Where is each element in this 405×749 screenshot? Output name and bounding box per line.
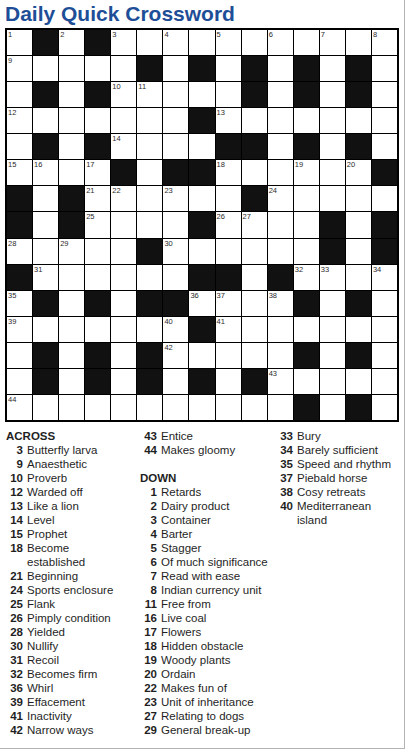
grid-cell[interactable]: 16 xyxy=(33,160,58,185)
grid-cell[interactable] xyxy=(294,108,319,133)
grid-cell-black xyxy=(242,134,267,159)
grid-cell[interactable] xyxy=(242,317,267,342)
grid-cell[interactable] xyxy=(320,160,345,185)
clue-down-19: 19Woody plants xyxy=(140,653,276,667)
grid-cell[interactable] xyxy=(111,291,136,316)
grid-cell-black xyxy=(59,212,84,237)
clue-text: Inactivity xyxy=(27,709,72,723)
grid-cell[interactable] xyxy=(163,56,188,81)
page-title: Daily Quick Crossword xyxy=(0,0,404,28)
grid-cell[interactable]: 38 xyxy=(268,291,293,316)
clue-down-8: 8Indian currency unit xyxy=(140,583,276,597)
grid-cell[interactable] xyxy=(111,108,136,133)
grid-cell[interactable] xyxy=(320,108,345,133)
grid-cell[interactable]: 33 xyxy=(320,265,345,290)
grid-cell-black xyxy=(294,134,319,159)
grid-cell[interactable] xyxy=(137,160,162,185)
grid-cell-black xyxy=(85,343,110,368)
clue-across-12: 12Warded off xyxy=(6,485,140,499)
grid-cell-black xyxy=(242,186,267,211)
grid-cell[interactable] xyxy=(320,186,345,211)
grid-cell[interactable] xyxy=(59,317,84,342)
grid-cell[interactable] xyxy=(372,343,397,368)
grid-cell[interactable] xyxy=(216,369,241,394)
grid-cell[interactable] xyxy=(85,56,110,81)
grid-cell[interactable] xyxy=(137,317,162,342)
grid-cell[interactable]: 24 xyxy=(268,186,293,211)
grid-cell-black xyxy=(189,369,214,394)
cell-number: 36 xyxy=(190,291,198,300)
grid-cell[interactable] xyxy=(59,82,84,107)
grid-cell-black xyxy=(189,212,214,237)
grid-cell[interactable] xyxy=(137,395,162,420)
grid-cell-black xyxy=(85,82,110,107)
cell-number: 3 xyxy=(112,30,116,39)
grid-cell[interactable] xyxy=(137,30,162,55)
clue-across-44: 44Makes gloomy xyxy=(140,443,276,457)
grid-cell[interactable] xyxy=(163,108,188,133)
grid-cell[interactable] xyxy=(242,291,267,316)
grid-cell[interactable] xyxy=(294,186,319,211)
grid-cell-black xyxy=(163,160,188,185)
clue-down-29: 29General break-up xyxy=(140,723,276,737)
grid-cell[interactable] xyxy=(7,343,32,368)
grid-cell-black xyxy=(59,186,84,211)
grid-cell[interactable] xyxy=(163,82,188,107)
grid-cell[interactable] xyxy=(268,108,293,133)
grid-cell[interactable] xyxy=(189,239,214,264)
clue-text: Becomes firm xyxy=(27,667,97,681)
clue-text: Indian currency unit xyxy=(161,583,261,597)
grid-cell-black xyxy=(294,56,319,81)
grid-cell[interactable] xyxy=(268,134,293,159)
grid-cell[interactable]: 37 xyxy=(216,291,241,316)
grid-cell[interactable]: 2 xyxy=(59,30,84,55)
grid-cell[interactable] xyxy=(111,343,136,368)
across-header: ACROSS xyxy=(6,429,140,443)
grid-cell[interactable] xyxy=(111,56,136,81)
clue-down-7: 7Read with ease xyxy=(140,569,276,583)
grid-cell-black xyxy=(242,82,267,107)
cell-number: 27 xyxy=(243,212,251,221)
clue-text: Yielded xyxy=(27,625,65,639)
grid-cell[interactable]: 10 xyxy=(111,82,136,107)
clue-number: 25 xyxy=(6,597,23,611)
clue-across-13: 13Like a lion xyxy=(6,499,140,513)
cell-number: 33 xyxy=(321,265,329,274)
grid-cell[interactable]: 25 xyxy=(85,212,110,237)
grid-cell-black xyxy=(33,369,58,394)
clue-number: 31 xyxy=(6,653,23,667)
clue-text: Retards xyxy=(161,485,201,499)
grid-cell[interactable]: 6 xyxy=(268,30,293,55)
grid-cell[interactable] xyxy=(242,265,267,290)
grid-cell[interactable] xyxy=(189,82,214,107)
grid-cell[interactable]: 15 xyxy=(7,160,32,185)
clue-text: Cosy retreats xyxy=(297,485,365,499)
grid-cell[interactable]: 36 xyxy=(189,291,214,316)
grid-cell-black xyxy=(7,265,32,290)
clue-text: Nullify xyxy=(27,639,58,653)
grid-cell[interactable] xyxy=(59,108,84,133)
grid-cell[interactable] xyxy=(216,186,241,211)
grid-cell-black xyxy=(33,291,58,316)
grid-cell-black xyxy=(216,134,241,159)
clue-number: 38 xyxy=(276,485,293,499)
grid-cell[interactable]: 32 xyxy=(294,265,319,290)
clue-text: Whirl xyxy=(27,681,53,695)
grid-cell[interactable] xyxy=(137,186,162,211)
grid-cell[interactable] xyxy=(59,369,84,394)
grid-cell[interactable] xyxy=(137,108,162,133)
grid-cell[interactable]: 42 xyxy=(163,343,188,368)
grid-cell[interactable] xyxy=(33,56,58,81)
grid-cell[interactable]: 5 xyxy=(216,30,241,55)
grid-cell[interactable]: 39 xyxy=(7,317,32,342)
cell-number: 23 xyxy=(164,186,172,195)
grid-cell[interactable] xyxy=(268,395,293,420)
grid-cell[interactable] xyxy=(137,212,162,237)
cell-number: 30 xyxy=(164,239,172,248)
grid-cell[interactable]: 27 xyxy=(242,212,267,237)
grid-cell[interactable]: 22 xyxy=(111,186,136,211)
grid-cell[interactable] xyxy=(294,239,319,264)
grid-cell[interactable] xyxy=(163,265,188,290)
clue-across-3: 3Butterfly larva xyxy=(6,443,140,457)
clue-down-4: 4Barter xyxy=(140,527,276,541)
clue-across-26: 26Pimply condition xyxy=(6,611,140,625)
clue-down-40: 40Mediterranean island xyxy=(276,499,405,527)
grid-cell[interactable] xyxy=(320,82,345,107)
grid-cell[interactable] xyxy=(216,395,241,420)
clue-text: Warded off xyxy=(27,485,83,499)
grid-cell[interactable]: 21 xyxy=(85,186,110,211)
grid-cell[interactable]: 20 xyxy=(346,160,371,185)
down-header: DOWN xyxy=(140,471,276,485)
grid-cell[interactable] xyxy=(346,108,371,133)
clue-text: Effacement xyxy=(27,695,85,709)
grid-cell[interactable] xyxy=(59,134,84,159)
grid-cell[interactable] xyxy=(242,160,267,185)
clue-down-6: 6Of much significance xyxy=(140,555,276,569)
clue-number: 41 xyxy=(6,709,23,723)
grid-cell[interactable] xyxy=(111,212,136,237)
clue-text: Recoil xyxy=(27,653,59,667)
grid-cell[interactable]: 12 xyxy=(7,108,32,133)
clue-text: Barter xyxy=(161,527,192,541)
grid-cell[interactable] xyxy=(59,343,84,368)
clue-down-22: 22Makes fun of xyxy=(140,681,276,695)
clue-number: 10 xyxy=(6,471,23,485)
cell-number: 12 xyxy=(8,108,16,117)
grid-cell-black xyxy=(137,239,162,264)
clue-down-1: 1Retards xyxy=(140,485,276,499)
clue-text: Flank xyxy=(27,597,55,611)
grid-cell[interactable] xyxy=(85,317,110,342)
grid-cell[interactable] xyxy=(33,317,58,342)
grid-cell[interactable] xyxy=(163,369,188,394)
clue-down-2: 2Dairy product xyxy=(140,499,276,513)
grid-cell[interactable] xyxy=(216,239,241,264)
grid-cell[interactable]: 4 xyxy=(163,30,188,55)
clue-down-23: 23Unit of inheritance xyxy=(140,695,276,709)
grid-cell[interactable]: 13 xyxy=(216,108,241,133)
grid-cell[interactable] xyxy=(189,343,214,368)
grid-cell-black xyxy=(85,291,110,316)
clue-text: Bury xyxy=(297,429,321,443)
grid-cell[interactable]: 41 xyxy=(216,317,241,342)
clue-across-28: 28Yielded xyxy=(6,625,140,639)
grid-cell[interactable]: 31 xyxy=(33,265,58,290)
grid-cell-black xyxy=(294,291,319,316)
grid-cell[interactable]: 18 xyxy=(216,160,241,185)
grid-cell[interactable] xyxy=(59,56,84,81)
grid-cell[interactable] xyxy=(268,160,293,185)
grid-cell[interactable] xyxy=(372,108,397,133)
grid-cell[interactable] xyxy=(268,239,293,264)
clue-down-34: 34Barely sufficient xyxy=(276,443,405,457)
grid-cell[interactable] xyxy=(189,395,214,420)
cell-number: 20 xyxy=(347,160,355,169)
cell-number: 26 xyxy=(217,212,225,221)
grid-cell[interactable] xyxy=(242,108,267,133)
grid-cell[interactable] xyxy=(242,30,267,55)
clue-number: 21 xyxy=(6,569,23,583)
grid-cell[interactable] xyxy=(372,82,397,107)
grid-cell-black xyxy=(346,343,371,368)
grid-cell[interactable] xyxy=(320,291,345,316)
grid-cell[interactable] xyxy=(33,108,58,133)
grid-cell[interactable] xyxy=(242,395,267,420)
grid-cell[interactable] xyxy=(268,82,293,107)
grid-cell-black xyxy=(163,291,188,316)
grid-cell-black xyxy=(189,160,214,185)
grid-cell[interactable]: 35 xyxy=(7,291,32,316)
grid-cell[interactable] xyxy=(346,317,371,342)
grid-cell[interactable] xyxy=(268,212,293,237)
grid-cell[interactable]: 8 xyxy=(372,30,397,55)
cell-number: 11 xyxy=(138,82,146,91)
grid-cell-black xyxy=(7,212,32,237)
grid-cell[interactable] xyxy=(346,212,371,237)
grid-cell[interactable] xyxy=(372,317,397,342)
grid-cell[interactable] xyxy=(33,186,58,211)
clue-across-9: 9Anaesthetic xyxy=(6,457,140,471)
grid-cell[interactable]: 43 xyxy=(268,369,293,394)
grid-cell[interactable] xyxy=(33,239,58,264)
clue-number: 28 xyxy=(6,625,23,639)
grid-cell[interactable]: 34 xyxy=(372,265,397,290)
clue-number: 20 xyxy=(140,667,157,681)
clue-across-43: 43Entice xyxy=(140,429,276,443)
grid-cell[interactable] xyxy=(216,82,241,107)
grid-cell[interactable] xyxy=(189,134,214,159)
grid-cell[interactable]: 11 xyxy=(137,82,162,107)
grid-cell-black xyxy=(372,239,397,264)
cell-number: 21 xyxy=(86,186,94,195)
grid-cell[interactable] xyxy=(320,56,345,81)
grid-cell[interactable] xyxy=(7,134,32,159)
grid-cell-black xyxy=(189,108,214,133)
grid-cell[interactable]: 40 xyxy=(163,317,188,342)
grid-cell[interactable] xyxy=(111,239,136,264)
grid-cell[interactable] xyxy=(59,291,84,316)
grid-cell[interactable] xyxy=(294,212,319,237)
grid-cell[interactable] xyxy=(372,369,397,394)
grid-cell[interactable] xyxy=(85,239,110,264)
grid-cell[interactable] xyxy=(111,265,136,290)
clue-across-10: 10Proverb xyxy=(6,471,140,485)
clue-down-5: 5Stagger xyxy=(140,541,276,555)
crossword-grid[interactable]: 1234567891011121314151617181920212223242… xyxy=(5,28,399,422)
grid-cell[interactable] xyxy=(85,108,110,133)
clue-across-41: 41Inactivity xyxy=(6,709,140,723)
grid-cell[interactable]: 7 xyxy=(320,30,345,55)
clue-number: 39 xyxy=(6,695,23,709)
grid-cell[interactable] xyxy=(59,395,84,420)
clue-number: 18 xyxy=(6,541,23,569)
grid-cell[interactable] xyxy=(216,343,241,368)
grid-cell[interactable] xyxy=(268,343,293,368)
grid-cell[interactable] xyxy=(346,186,371,211)
grid-cell[interactable]: 23 xyxy=(163,186,188,211)
grid-cell-black xyxy=(7,186,32,211)
grid-cell[interactable] xyxy=(294,317,319,342)
cell-number: 34 xyxy=(373,265,381,274)
grid-cell-black xyxy=(33,134,58,159)
grid-cell[interactable] xyxy=(189,30,214,55)
grid-cell[interactable] xyxy=(111,395,136,420)
grid-cell[interactable] xyxy=(59,265,84,290)
grid-cell[interactable] xyxy=(372,56,397,81)
grid-cell-black xyxy=(294,343,319,368)
clue-across-18: 18Become established xyxy=(6,541,140,569)
clue-text: Sports enclosure xyxy=(27,583,113,597)
grid-cell[interactable] xyxy=(268,317,293,342)
grid-cell[interactable]: 28 xyxy=(7,239,32,264)
clue-text: Beginning xyxy=(27,569,78,583)
grid-cell[interactable]: 1 xyxy=(7,30,32,55)
grid-cell[interactable] xyxy=(346,369,371,394)
clue-text: Free from xyxy=(161,597,211,611)
grid-cell[interactable]: 26 xyxy=(216,212,241,237)
grid-cell-black xyxy=(85,369,110,394)
clue-number: 3 xyxy=(140,513,157,527)
clue-column-middle: 43Entice44Makes gloomyDOWN1Retards2Dairy… xyxy=(140,429,276,737)
grid-cell[interactable]: 14 xyxy=(111,134,136,159)
clue-number: 15 xyxy=(6,527,23,541)
grid-cell[interactable] xyxy=(372,395,397,420)
clue-text: Barely sufficient xyxy=(297,443,378,457)
cell-number: 31 xyxy=(34,265,42,274)
clue-across-39: 39Effacement xyxy=(6,695,140,709)
grid-cell[interactable]: 29 xyxy=(59,239,84,264)
grid-cell[interactable] xyxy=(163,134,188,159)
clue-down-18: 18Hidden obstacle xyxy=(140,639,276,653)
grid-cell[interactable] xyxy=(346,30,371,55)
grid-cell[interactable]: 3 xyxy=(111,30,136,55)
grid-cell-black xyxy=(137,343,162,368)
grid-cell[interactable] xyxy=(320,134,345,159)
grid-cell[interactable] xyxy=(372,291,397,316)
grid-cell[interactable] xyxy=(33,212,58,237)
clue-number: 9 xyxy=(6,457,23,471)
grid-cell[interactable] xyxy=(7,82,32,107)
clue-text: Container xyxy=(161,513,211,527)
grid-cell[interactable] xyxy=(216,56,241,81)
grid-cell[interactable] xyxy=(372,134,397,159)
grid-cell[interactable]: 30 xyxy=(163,239,188,264)
grid-cell[interactable] xyxy=(320,343,345,368)
grid-cell-black xyxy=(137,291,162,316)
grid-cell[interactable] xyxy=(85,265,110,290)
clue-column-across: ACROSS3Butterfly larva9Anaesthetic10Prov… xyxy=(6,429,140,737)
grid-cell[interactable]: 9 xyxy=(7,56,32,81)
clue-text: Woody plants xyxy=(161,653,230,667)
grid-cell-black xyxy=(346,82,371,107)
grid-cell[interactable] xyxy=(320,317,345,342)
grid-cell[interactable] xyxy=(346,265,371,290)
cell-number: 2 xyxy=(60,30,64,39)
grid-cell[interactable]: 44 xyxy=(7,395,32,420)
grid-cell[interactable]: 17 xyxy=(85,160,110,185)
cell-number: 37 xyxy=(217,291,225,300)
grid-cell[interactable] xyxy=(7,369,32,394)
cell-number: 1 xyxy=(8,30,12,39)
grid-cell[interactable] xyxy=(294,30,319,55)
cell-number: 32 xyxy=(295,265,303,274)
clue-across-24: 24Sports enclosure xyxy=(6,583,140,597)
page: Daily Quick Crossword 123456789101112131… xyxy=(0,0,405,749)
grid-cell[interactable] xyxy=(85,395,110,420)
grid-cell[interactable]: 19 xyxy=(294,160,319,185)
grid-cell[interactable] xyxy=(33,395,58,420)
grid-cell[interactable] xyxy=(189,186,214,211)
grid-cell[interactable] xyxy=(320,369,345,394)
grid-cell[interactable] xyxy=(320,395,345,420)
grid-cell[interactable] xyxy=(111,317,136,342)
grid-cell[interactable] xyxy=(59,160,84,185)
grid-cell[interactable] xyxy=(372,186,397,211)
grid-cell[interactable] xyxy=(137,265,162,290)
clue-section: ACROSS3Butterfly larva9Anaesthetic10Prov… xyxy=(0,422,404,737)
grid-cell[interactable] xyxy=(346,239,371,264)
grid-cell[interactable] xyxy=(111,369,136,394)
cell-number: 41 xyxy=(217,317,225,326)
grid-cell[interactable] xyxy=(163,395,188,420)
grid-cell[interactable] xyxy=(294,369,319,394)
clue-text: Makes gloomy xyxy=(161,443,235,457)
grid-cell-black xyxy=(268,265,293,290)
grid-cell[interactable] xyxy=(137,134,162,159)
grid-cell[interactable] xyxy=(242,343,267,368)
grid-cell[interactable] xyxy=(163,212,188,237)
grid-cell[interactable] xyxy=(268,56,293,81)
cell-number: 18 xyxy=(217,160,225,169)
clue-number: 26 xyxy=(6,611,23,625)
clue-number: 12 xyxy=(6,485,23,499)
clue-number: 18 xyxy=(140,639,157,653)
clue-down-16: 16Live coal xyxy=(140,611,276,625)
clue-number: 27 xyxy=(140,709,157,723)
clue-text: Unit of inheritance xyxy=(161,695,254,709)
clue-text: Ordain xyxy=(161,667,196,681)
clue-number: 2 xyxy=(140,499,157,513)
clue-down-33: 33Bury xyxy=(276,429,405,443)
grid-cell[interactable] xyxy=(242,239,267,264)
grid-cell-black xyxy=(85,134,110,159)
clue-text: Relating to dogs xyxy=(161,709,244,723)
